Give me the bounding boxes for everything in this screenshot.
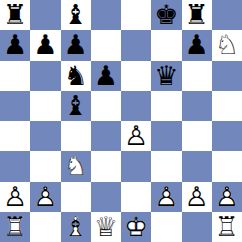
square-d2[interactable]	[91, 182, 121, 212]
piece-white-pawn[interactable]: ♟♙	[121, 121, 151, 151]
square-h1[interactable]: ♜♖	[212, 212, 242, 242]
square-c1[interactable]: ♝♗	[61, 212, 91, 242]
square-f1[interactable]	[151, 212, 181, 242]
piece-black-pawn[interactable]: ♟	[91, 61, 121, 91]
piece-white-pawn[interactable]: ♟♙	[30, 182, 60, 212]
square-c4[interactable]	[61, 121, 91, 151]
black-pawn-glyph: ♟	[61, 30, 91, 60]
black-bishop-glyph: ♝	[61, 91, 91, 121]
black-pawn-glyph: ♟	[0, 30, 30, 60]
piece-white-rook[interactable]: ♜♖	[0, 212, 30, 242]
piece-black-bishop[interactable]: ♝	[61, 0, 91, 30]
piece-white-king[interactable]: ♚♔	[121, 212, 151, 242]
square-g7[interactable]: ♟	[182, 30, 212, 60]
square-b8[interactable]	[30, 0, 60, 30]
piece-white-knight[interactable]: ♞♘	[61, 151, 91, 181]
black-king-glyph: ♚	[151, 0, 181, 30]
square-f3[interactable]	[151, 151, 181, 181]
square-c8[interactable]: ♝	[61, 0, 91, 30]
piece-black-queen[interactable]: ♛	[151, 61, 181, 91]
square-f8[interactable]: ♚	[151, 0, 181, 30]
square-e4[interactable]: ♟♙	[121, 121, 151, 151]
square-a2[interactable]: ♟♙	[0, 182, 30, 212]
square-b6[interactable]	[30, 61, 60, 91]
square-c2[interactable]	[61, 182, 91, 212]
white-knight-outline-glyph: ♘	[61, 151, 91, 181]
square-a3[interactable]	[0, 151, 30, 181]
piece-black-pawn[interactable]: ♟	[0, 30, 30, 60]
black-pawn-glyph: ♟	[182, 30, 212, 60]
square-a7[interactable]: ♟	[0, 30, 30, 60]
piece-white-pawn[interactable]: ♟♙	[182, 182, 212, 212]
square-b5[interactable]	[30, 91, 60, 121]
square-h5[interactable]	[212, 91, 242, 121]
white-bishop-outline-glyph: ♗	[61, 212, 91, 242]
piece-black-rook[interactable]: ♜	[0, 0, 30, 30]
square-b3[interactable]	[30, 151, 60, 181]
square-a5[interactable]	[0, 91, 30, 121]
square-g4[interactable]	[182, 121, 212, 151]
square-e8[interactable]	[121, 0, 151, 30]
piece-white-pawn[interactable]: ♟♙	[0, 182, 30, 212]
black-bishop-glyph: ♝	[61, 0, 91, 30]
white-king-outline-glyph: ♔	[121, 212, 151, 242]
square-d5[interactable]	[91, 91, 121, 121]
square-h7[interactable]: ♞♘	[212, 30, 242, 60]
piece-white-knight[interactable]: ♞♘	[212, 30, 242, 60]
piece-black-pawn[interactable]: ♟	[30, 30, 60, 60]
white-rook-outline-glyph: ♖	[0, 212, 30, 242]
square-h4[interactable]	[212, 121, 242, 151]
square-f5[interactable]	[151, 91, 181, 121]
piece-black-pawn[interactable]: ♟	[182, 30, 212, 60]
square-g8[interactable]: ♜	[182, 0, 212, 30]
square-a4[interactable]	[0, 121, 30, 151]
square-h2[interactable]: ♟♙	[212, 182, 242, 212]
square-d4[interactable]	[91, 121, 121, 151]
piece-black-king[interactable]: ♚	[151, 0, 181, 30]
white-pawn-outline-glyph: ♙	[121, 121, 151, 151]
square-e6[interactable]	[121, 61, 151, 91]
square-c5[interactable]: ♝	[61, 91, 91, 121]
square-d1[interactable]: ♛♕	[91, 212, 121, 242]
piece-white-pawn[interactable]: ♟♙	[151, 182, 181, 212]
white-pawn-outline-glyph: ♙	[182, 182, 212, 212]
piece-white-rook[interactable]: ♜♖	[212, 212, 242, 242]
square-b7[interactable]: ♟	[30, 30, 60, 60]
white-pawn-outline-glyph: ♙	[30, 182, 60, 212]
square-b2[interactable]: ♟♙	[30, 182, 60, 212]
square-h3[interactable]	[212, 151, 242, 181]
square-e2[interactable]	[121, 182, 151, 212]
white-pawn-outline-glyph: ♙	[212, 182, 242, 212]
white-pawn-outline-glyph: ♙	[151, 182, 181, 212]
square-g5[interactable]	[182, 91, 212, 121]
black-rook-glyph: ♜	[182, 0, 212, 30]
square-c6[interactable]: ♞	[61, 61, 91, 91]
piece-white-bishop[interactable]: ♝♗	[61, 212, 91, 242]
square-a1[interactable]: ♜♖	[0, 212, 30, 242]
black-rook-glyph: ♜	[0, 0, 30, 30]
square-d3[interactable]	[91, 151, 121, 181]
piece-black-knight[interactable]: ♞	[61, 61, 91, 91]
piece-white-queen[interactable]: ♛♕	[91, 212, 121, 242]
square-c7[interactable]: ♟	[61, 30, 91, 60]
square-f7[interactable]	[151, 30, 181, 60]
black-pawn-glyph: ♟	[91, 61, 121, 91]
piece-black-pawn[interactable]: ♟	[61, 30, 91, 60]
white-queen-outline-glyph: ♕	[91, 212, 121, 242]
square-f4[interactable]	[151, 121, 181, 151]
square-g2[interactable]: ♟♙	[182, 182, 212, 212]
square-d8[interactable]	[91, 0, 121, 30]
square-d7[interactable]	[91, 30, 121, 60]
black-queen-glyph: ♛	[151, 61, 181, 91]
white-pawn-outline-glyph: ♙	[0, 182, 30, 212]
square-b1[interactable]	[30, 212, 60, 242]
square-g3[interactable]	[182, 151, 212, 181]
square-e5[interactable]	[121, 91, 151, 121]
square-a6[interactable]	[0, 61, 30, 91]
piece-black-rook[interactable]: ♜	[182, 0, 212, 30]
square-c3[interactable]: ♞♘	[61, 151, 91, 181]
square-h8[interactable]	[212, 0, 242, 30]
black-knight-glyph: ♞	[61, 61, 91, 91]
square-g1[interactable]	[182, 212, 212, 242]
piece-black-bishop[interactable]: ♝	[61, 91, 91, 121]
square-h6[interactable]	[212, 61, 242, 91]
square-a8[interactable]: ♜	[0, 0, 30, 30]
chess-board: ♜♝♚♜♟♟♟♟♞♘♞♟♛♝♟♙♞♘♟♙♟♙♟♙♟♙♟♙♜♖♝♗♛♕♚♔♜♖	[0, 0, 242, 242]
piece-white-pawn[interactable]: ♟♙	[212, 182, 242, 212]
white-knight-outline-glyph: ♘	[212, 30, 242, 60]
white-rook-outline-glyph: ♖	[212, 212, 242, 242]
square-b4[interactable]	[30, 121, 60, 151]
square-e1[interactable]: ♚♔	[121, 212, 151, 242]
black-pawn-glyph: ♟	[30, 30, 60, 60]
square-e7[interactable]	[121, 30, 151, 60]
square-g6[interactable]	[182, 61, 212, 91]
square-d6[interactable]: ♟	[91, 61, 121, 91]
square-e3[interactable]	[121, 151, 151, 181]
square-f6[interactable]: ♛	[151, 61, 181, 91]
square-f2[interactable]: ♟♙	[151, 182, 181, 212]
